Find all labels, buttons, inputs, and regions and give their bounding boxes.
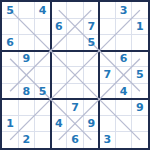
cell-r3c9[interactable] (132, 34, 148, 50)
cell-r7c3[interactable] (34, 99, 50, 115)
cell-r2c9[interactable]: 1 (132, 18, 148, 34)
cell-r3c8[interactable] (116, 34, 132, 50)
cell-r9c6[interactable] (83, 132, 99, 148)
cell-r3c4[interactable] (51, 34, 67, 50)
cell-r7c6[interactable] (83, 99, 99, 115)
cell-r5c6[interactable] (83, 67, 99, 83)
cell-r8c3[interactable] (34, 116, 50, 132)
cell-r9c7[interactable]: 3 (99, 132, 115, 148)
cell-r7c8[interactable] (116, 99, 132, 115)
cell-r7c4[interactable] (51, 99, 67, 115)
cell-r8c8[interactable] (116, 116, 132, 132)
cell-r2c4[interactable]: 6 (51, 18, 67, 34)
cell-r4c5[interactable] (67, 51, 83, 67)
cell-r7c1[interactable] (2, 99, 18, 115)
cell-r1c7[interactable] (99, 2, 115, 18)
cell-r4c3[interactable] (34, 51, 50, 67)
cell-r8c7[interactable] (99, 116, 115, 132)
cell-r2c7[interactable] (99, 18, 115, 34)
cell-r5c2[interactable] (18, 67, 34, 83)
cell-r4c1[interactable] (2, 51, 18, 67)
cell-r6c1[interactable] (2, 83, 18, 99)
cell-r1c8[interactable]: 3 (116, 2, 132, 18)
cell-r2c3[interactable] (34, 18, 50, 34)
sudoku-grid: 54367165967585479149263 (2, 2, 148, 148)
cell-r2c6[interactable]: 7 (83, 18, 99, 34)
cell-r7c9[interactable]: 9 (132, 99, 148, 115)
cell-r9c8[interactable] (116, 132, 132, 148)
cell-r3c7[interactable] (99, 34, 115, 50)
cell-r1c3[interactable]: 4 (34, 2, 50, 18)
cell-r5c3[interactable] (34, 67, 50, 83)
cell-r9c4[interactable] (51, 132, 67, 148)
cell-r6c2[interactable]: 8 (18, 83, 34, 99)
cell-r1c2[interactable] (18, 2, 34, 18)
cell-r3c1[interactable]: 6 (2, 34, 18, 50)
cell-r4c7[interactable] (99, 51, 115, 67)
cell-r5c9[interactable]: 5 (132, 67, 148, 83)
cell-r7c7[interactable] (99, 99, 115, 115)
cell-r4c2[interactable]: 9 (18, 51, 34, 67)
cell-r2c1[interactable] (2, 18, 18, 34)
cell-r8c6[interactable]: 9 (83, 116, 99, 132)
cell-r6c6[interactable] (83, 83, 99, 99)
cell-r1c5[interactable] (67, 2, 83, 18)
cell-r8c4[interactable]: 4 (51, 116, 67, 132)
cell-r1c9[interactable] (132, 2, 148, 18)
cell-r3c2[interactable] (18, 34, 34, 50)
cell-r2c2[interactable] (18, 18, 34, 34)
cell-r2c8[interactable] (116, 18, 132, 34)
cell-r6c9[interactable] (132, 83, 148, 99)
cell-r6c4[interactable] (51, 83, 67, 99)
cell-r5c8[interactable] (116, 67, 132, 83)
cell-r9c1[interactable] (2, 132, 18, 148)
cell-r9c2[interactable]: 2 (18, 132, 34, 148)
cell-r8c5[interactable] (67, 116, 83, 132)
cell-r3c6[interactable]: 5 (83, 34, 99, 50)
cell-r9c5[interactable]: 6 (67, 132, 83, 148)
cell-r4c6[interactable] (83, 51, 99, 67)
cell-r7c2[interactable] (18, 99, 34, 115)
cell-r7c5[interactable]: 7 (67, 99, 83, 115)
cell-r5c1[interactable] (2, 67, 18, 83)
cell-r9c9[interactable] (132, 132, 148, 148)
cell-r6c5[interactable] (67, 83, 83, 99)
cell-r3c3[interactable] (34, 34, 50, 50)
cell-r5c4[interactable] (51, 67, 67, 83)
argyle-sudoku-board: 54367165967585479149263 (0, 0, 150, 150)
cell-r1c6[interactable] (83, 2, 99, 18)
cell-r5c7[interactable]: 7 (99, 67, 115, 83)
cell-r1c1[interactable]: 5 (2, 2, 18, 18)
cell-r4c8[interactable]: 6 (116, 51, 132, 67)
cell-r3c5[interactable] (67, 34, 83, 50)
cell-r5c5[interactable] (67, 67, 83, 83)
cell-r8c9[interactable] (132, 116, 148, 132)
cell-r8c2[interactable] (18, 116, 34, 132)
cell-r1c4[interactable] (51, 2, 67, 18)
cell-r6c8[interactable]: 4 (116, 83, 132, 99)
cell-r4c4[interactable] (51, 51, 67, 67)
cell-r8c1[interactable]: 1 (2, 116, 18, 132)
cell-r6c3[interactable]: 5 (34, 83, 50, 99)
cell-r2c5[interactable] (67, 18, 83, 34)
cell-r9c3[interactable] (34, 132, 50, 148)
cell-r4c9[interactable] (132, 51, 148, 67)
cell-r6c7[interactable] (99, 83, 115, 99)
